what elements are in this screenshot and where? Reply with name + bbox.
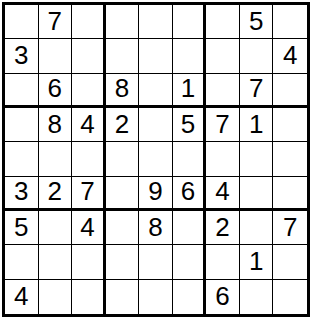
cell-r6c8[interactable] [240,177,274,211]
cell-r5c1[interactable] [5,142,39,176]
cell-r5c8[interactable] [240,142,274,176]
cell-r2c5[interactable] [139,39,173,73]
cell-r4c5[interactable] [139,108,173,142]
cell-r8c4[interactable] [106,245,140,279]
cell-r4c7[interactable]: 7 [206,108,240,142]
cell-r4c3[interactable]: 4 [72,108,106,142]
sudoku-board: 7534681784257132796454827146 [2,2,310,317]
cell-r4c9[interactable] [273,108,307,142]
cell-r9c5[interactable] [139,280,173,314]
cell-r7c6[interactable] [173,211,207,245]
cell-r3c2[interactable]: 6 [39,74,73,108]
cell-r2c4[interactable] [106,39,140,73]
cell-r6c5[interactable]: 9 [139,177,173,211]
cell-r7c5[interactable]: 8 [139,211,173,245]
cell-r8c7[interactable] [206,245,240,279]
cell-r3c8[interactable]: 7 [240,74,274,108]
cell-r9c7[interactable]: 6 [206,280,240,314]
cell-r5c6[interactable] [173,142,207,176]
cell-r6c4[interactable] [106,177,140,211]
cell-r1c3[interactable] [72,5,106,39]
cell-r8c6[interactable] [173,245,207,279]
cell-r4c6[interactable]: 5 [173,108,207,142]
cell-r8c1[interactable] [5,245,39,279]
cell-r7c8[interactable] [240,211,274,245]
cell-r2c2[interactable] [39,39,73,73]
cell-r7c4[interactable] [106,211,140,245]
cell-r1c1[interactable] [5,5,39,39]
cell-r9c3[interactable] [72,280,106,314]
cell-r7c1[interactable]: 5 [5,211,39,245]
cell-r2c1[interactable]: 3 [5,39,39,73]
cell-r9c9[interactable] [273,280,307,314]
cell-r3c6[interactable]: 1 [173,74,207,108]
cell-r1c8[interactable]: 5 [240,5,274,39]
cell-r8c2[interactable] [39,245,73,279]
cell-r7c9[interactable]: 7 [273,211,307,245]
cell-r6c3[interactable]: 7 [72,177,106,211]
cell-r4c4[interactable]: 2 [106,108,140,142]
cell-r4c8[interactable]: 1 [240,108,274,142]
cell-r2c7[interactable] [206,39,240,73]
cell-r4c1[interactable] [5,108,39,142]
cell-r2c6[interactable] [173,39,207,73]
cell-r8c5[interactable] [139,245,173,279]
cell-r1c7[interactable] [206,5,240,39]
cell-r8c9[interactable] [273,245,307,279]
cell-r9c8[interactable] [240,280,274,314]
cell-r5c4[interactable] [106,142,140,176]
cell-r3c3[interactable] [72,74,106,108]
cell-r2c8[interactable] [240,39,274,73]
cell-r2c9[interactable]: 4 [273,39,307,73]
cell-r9c1[interactable]: 4 [5,280,39,314]
cell-r3c7[interactable] [206,74,240,108]
cell-r5c7[interactable] [206,142,240,176]
cell-r1c4[interactable] [106,5,140,39]
cell-r7c2[interactable] [39,211,73,245]
cell-r1c5[interactable] [139,5,173,39]
cell-r2c3[interactable] [72,39,106,73]
cell-r1c6[interactable] [173,5,207,39]
cell-r6c1[interactable]: 3 [5,177,39,211]
cell-r6c6[interactable]: 6 [173,177,207,211]
cell-r6c2[interactable]: 2 [39,177,73,211]
cell-r8c3[interactable] [72,245,106,279]
cell-r3c1[interactable] [5,74,39,108]
cell-r8c8[interactable]: 1 [240,245,274,279]
cell-r5c9[interactable] [273,142,307,176]
cell-r3c5[interactable] [139,74,173,108]
cell-r7c3[interactable]: 4 [72,211,106,245]
cell-r1c2[interactable]: 7 [39,5,73,39]
cell-r5c5[interactable] [139,142,173,176]
cell-r6c7[interactable]: 4 [206,177,240,211]
cell-r9c6[interactable] [173,280,207,314]
cell-r5c3[interactable] [72,142,106,176]
cell-r7c7[interactable]: 2 [206,211,240,245]
cell-r9c4[interactable] [106,280,140,314]
cell-r4c2[interactable]: 8 [39,108,73,142]
cell-r6c9[interactable] [273,177,307,211]
cell-r3c9[interactable] [273,74,307,108]
cell-r9c2[interactable] [39,280,73,314]
cell-r3c4[interactable]: 8 [106,74,140,108]
cell-r5c2[interactable] [39,142,73,176]
cell-r1c9[interactable] [273,5,307,39]
